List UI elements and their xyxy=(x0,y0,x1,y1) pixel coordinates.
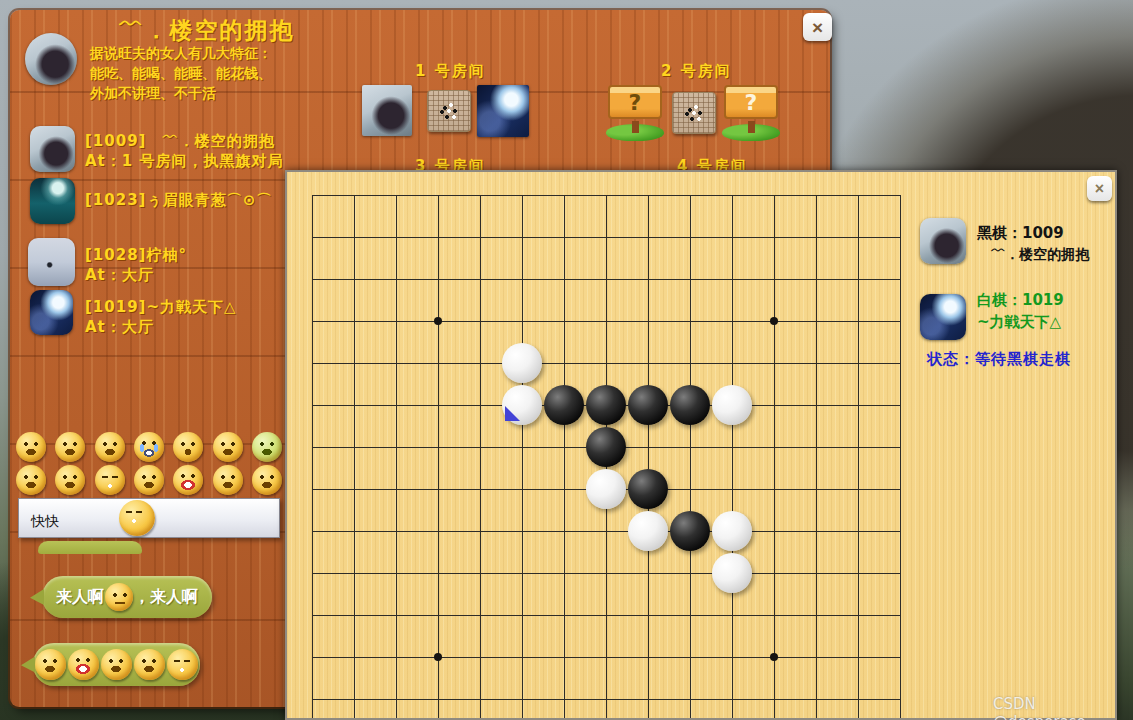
fist-shake-emoji-icon xyxy=(35,649,66,680)
pouting-emoji-icon xyxy=(105,583,133,611)
big-laugh-heart-emoji-icon xyxy=(68,649,99,680)
chat-msg-name: [1028]柠柚° xyxy=(85,246,187,265)
black-stone xyxy=(628,385,668,425)
big-laugh-heart-emoji-icon[interactable] xyxy=(173,465,203,495)
frog-hat-emoji-icon[interactable] xyxy=(252,432,282,462)
loud-cry-emoji-icon[interactable] xyxy=(134,432,164,462)
bubble-tail xyxy=(30,589,44,605)
giggle-shy-emoji-icon[interactable] xyxy=(213,465,243,495)
chat-msg-location: At：大厅 xyxy=(85,266,154,285)
blush-emoji-icon[interactable] xyxy=(55,432,85,462)
close-game-button[interactable]: × xyxy=(1087,176,1112,201)
bubble-text-suffix: ，来人啊 xyxy=(134,587,198,608)
room1-white-seat-avatar[interactable] xyxy=(477,85,529,137)
white-stone xyxy=(628,511,668,551)
emoji-picker-row1 xyxy=(16,432,282,462)
star-point xyxy=(434,317,442,325)
white-stone xyxy=(712,511,752,551)
black-stone xyxy=(670,385,710,425)
white-stone xyxy=(712,385,752,425)
chat-avatar-1009[interactable] xyxy=(30,126,75,172)
profile-desc-line3: 外加不讲理、不干活 xyxy=(90,86,320,100)
chat-input-tooltip[interactable]: 快快 xyxy=(18,498,280,538)
close-icon: × xyxy=(1095,181,1104,197)
chat-avatar-1028[interactable] xyxy=(28,238,75,286)
bubble-tail xyxy=(21,657,35,673)
black-stone xyxy=(544,385,584,425)
black-stone xyxy=(586,427,626,467)
room1-black-seat-avatar[interactable] xyxy=(362,85,412,136)
profile-desc-line1: 据说旺夫的女人有几大特征： xyxy=(90,46,320,60)
room2-black-seat-empty[interactable]: ? xyxy=(606,85,664,141)
chat-msg-name: [1019]~力戦天下△ xyxy=(85,298,237,317)
sleepy-zzz-emoji-icon xyxy=(167,649,198,680)
room2-white-seat-empty[interactable]: ? xyxy=(722,85,780,141)
black-player-avatar[interactable] xyxy=(920,218,966,264)
star-point xyxy=(434,653,442,661)
surprised-emoji-icon[interactable] xyxy=(173,432,203,462)
room1-label: 1 号房间 xyxy=(415,62,486,81)
pleading-eyes-emoji-icon[interactable] xyxy=(16,465,46,495)
chat-bubble-emojis xyxy=(33,643,200,686)
last-move-marker-icon xyxy=(505,406,520,421)
black-stone xyxy=(628,469,668,509)
black-player-name: ゞ﹌．楼空的拥抱 xyxy=(977,246,1089,264)
smile-emoji-icon[interactable] xyxy=(252,465,282,495)
chat-bubble-text: 来人啊 ，来人啊 xyxy=(42,576,212,618)
white-stone xyxy=(712,553,752,593)
question-sign-icon: ? xyxy=(608,85,662,119)
angry-attack-emoji-icon[interactable] xyxy=(95,432,125,462)
bubble-text-prefix: 来人啊 xyxy=(56,587,104,608)
room2-board-icon[interactable] xyxy=(672,92,716,134)
watermark: CSDN @desperaso xyxy=(993,695,1133,720)
black-stone xyxy=(670,511,710,551)
white-player-label: 白棋：1019 xyxy=(977,291,1064,310)
cool-emoji-icon[interactable] xyxy=(55,465,85,495)
sign-post xyxy=(632,121,639,133)
profile-name: ゞ﹌．楼空的拥抱 xyxy=(94,15,295,46)
sign-post xyxy=(748,121,755,133)
hug-emoji-icon[interactable] xyxy=(213,432,243,462)
fist-shake-emoji-icon xyxy=(101,649,132,680)
star-point xyxy=(770,653,778,661)
white-stone xyxy=(502,385,542,425)
profile-desc-line2: 能吃、能喝、能睡、能花钱、 xyxy=(90,66,320,80)
profile-avatar[interactable] xyxy=(25,33,77,85)
star-point xyxy=(770,317,778,325)
room1-board-icon[interactable] xyxy=(427,90,471,132)
emoji-picker-row2 xyxy=(16,465,282,495)
chat-msg-name: [1009]ゞ﹌．楼空的拥抱 xyxy=(85,132,275,151)
white-stone xyxy=(586,469,626,509)
sleepy-emoji-icon xyxy=(119,500,155,536)
chat-avatar-1019[interactable] xyxy=(30,290,73,335)
chat-msg-location: At：1 号房间，执黑旗对局 xyxy=(85,152,283,171)
chat-bubble-partial xyxy=(38,541,142,554)
white-stone xyxy=(502,343,542,383)
sleepy-zzz-emoji-icon[interactable] xyxy=(95,465,125,495)
close-icon: × xyxy=(812,18,823,37)
chat-avatar-1023[interactable] xyxy=(30,178,75,224)
go-board[interactable] xyxy=(312,195,901,720)
fist-shake-emoji-icon xyxy=(134,649,165,680)
black-player-label: 黑棋：1009 xyxy=(977,224,1064,243)
room2-label: 2 号房间 xyxy=(661,62,732,81)
question-sign-icon: ? xyxy=(724,85,778,119)
chat-msg-name: [1023]ぅ眉眼青葱⌒⊙⌒ xyxy=(85,191,272,210)
tongue-out-emoji-icon[interactable] xyxy=(16,432,46,462)
chat-msg-location: At：大厅 xyxy=(85,318,154,337)
white-player-name: ~力戦天下△ xyxy=(977,313,1061,332)
game-status: 状态：等待黑棋走棋 xyxy=(927,350,1071,369)
game-panel: × 黑棋：1009 ゞ﹌．楼空的拥抱 白棋：1019 ~力戦天下△ 状态：等待黑… xyxy=(285,170,1117,720)
close-lobby-button[interactable]: × xyxy=(803,13,832,41)
white-player-avatar[interactable] xyxy=(920,294,966,340)
tooltip-text: 快快 xyxy=(31,513,59,531)
emoji-picker xyxy=(16,432,282,495)
black-stone xyxy=(586,385,626,425)
fist-shake-emoji-icon[interactable] xyxy=(134,465,164,495)
app-window: × ゞ﹌．楼空的拥抱 据说旺夫的女人有几大特征： 能吃、能喝、能睡、能花钱、 外… xyxy=(0,0,1133,720)
